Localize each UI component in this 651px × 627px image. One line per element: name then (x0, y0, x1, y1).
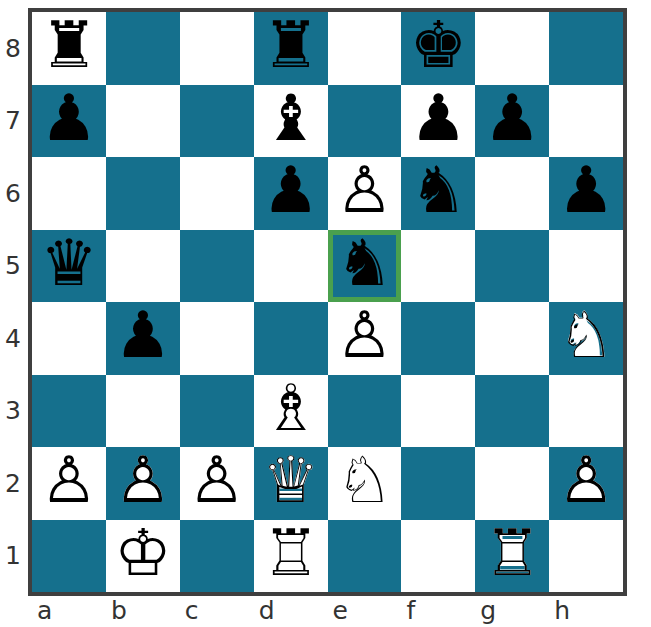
square-b1[interactable]: ♚♔ (106, 520, 180, 593)
square-e6[interactable]: ♟♙ (328, 157, 402, 230)
file-label-f: f (401, 596, 475, 627)
square-g1[interactable]: ♜♖ (475, 520, 549, 593)
piece-solid-glyph: ♟ (557, 159, 614, 223)
square-b7[interactable] (106, 85, 180, 158)
piece-black-knight[interactable]: ♞ (328, 230, 402, 303)
file-label-c: c (180, 596, 254, 627)
square-h5[interactable] (549, 230, 623, 303)
square-g2[interactable] (475, 447, 549, 520)
piece-outline-glyph: ♖ (484, 521, 541, 585)
square-b3[interactable] (106, 375, 180, 448)
top-margin (0, 0, 651, 8)
piece-black-pawn[interactable]: ♟ (401, 85, 475, 158)
piece-white-rook[interactable]: ♜♖ (475, 520, 549, 593)
rank-label-8: 8 (0, 12, 28, 85)
piece-solid-glyph: ♛ (40, 231, 97, 295)
piece-outline-glyph: ♙ (336, 304, 393, 368)
square-f2[interactable] (401, 447, 475, 520)
piece-black-pawn[interactable]: ♟ (32, 85, 106, 158)
piece-solid-glyph: ♚ (410, 14, 467, 78)
square-e5[interactable]: ♞ (328, 230, 402, 303)
square-e2[interactable]: ♞♘ (328, 447, 402, 520)
square-g7[interactable]: ♟ (475, 85, 549, 158)
piece-white-pawn[interactable]: ♟♙ (180, 447, 254, 520)
square-b8[interactable] (106, 12, 180, 85)
chess-board[interactable]: ♜♜♚♟♝♟♟♟♟♙♞♟♛♞♟♟♙♞♘♝♗♟♙♟♙♟♙♛♕♞♘♟♙♚♔♜♖♜♖ (28, 8, 627, 596)
piece-black-pawn[interactable]: ♟ (549, 157, 623, 230)
square-f7[interactable]: ♟ (401, 85, 475, 158)
piece-black-rook[interactable]: ♜ (32, 12, 106, 85)
square-f4[interactable] (401, 302, 475, 375)
piece-solid-glyph: ♞ (336, 231, 393, 295)
piece-white-pawn[interactable]: ♟♙ (106, 447, 180, 520)
piece-black-rook[interactable]: ♜ (254, 12, 328, 85)
piece-white-queen[interactable]: ♛♕ (254, 447, 328, 520)
square-b5[interactable] (106, 230, 180, 303)
file-label-e: e (328, 596, 402, 627)
square-g6[interactable] (475, 157, 549, 230)
piece-solid-glyph: ♟ (114, 304, 171, 368)
piece-solid-glyph: ♝ (262, 86, 319, 150)
piece-outline-glyph: ♙ (40, 449, 97, 513)
square-h1[interactable] (549, 520, 623, 593)
square-f6[interactable]: ♞ (401, 157, 475, 230)
square-d7[interactable]: ♝ (254, 85, 328, 158)
square-f5[interactable] (401, 230, 475, 303)
piece-black-knight[interactable]: ♞ (401, 157, 475, 230)
square-e8[interactable] (328, 12, 402, 85)
square-d4[interactable] (254, 302, 328, 375)
rank-label-5: 5 (0, 230, 28, 303)
rank-label-4: 4 (0, 302, 28, 375)
piece-black-pawn[interactable]: ♟ (254, 157, 328, 230)
square-h2[interactable]: ♟♙ (549, 447, 623, 520)
piece-white-knight[interactable]: ♞♘ (549, 302, 623, 375)
piece-solid-glyph: ♟ (40, 86, 97, 150)
file-label-d: d (254, 596, 328, 627)
square-c8[interactable] (180, 12, 254, 85)
square-c6[interactable] (180, 157, 254, 230)
square-b6[interactable] (106, 157, 180, 230)
file-labels: abcdefgh (28, 596, 627, 627)
square-c3[interactable] (180, 375, 254, 448)
piece-outline-glyph: ♙ (336, 159, 393, 223)
square-f8[interactable]: ♚ (401, 12, 475, 85)
square-h3[interactable] (549, 375, 623, 448)
square-c4[interactable] (180, 302, 254, 375)
square-h6[interactable]: ♟ (549, 157, 623, 230)
piece-white-pawn[interactable]: ♟♙ (549, 447, 623, 520)
piece-black-pawn[interactable]: ♟ (475, 85, 549, 158)
square-a6[interactable] (32, 157, 106, 230)
square-d1[interactable]: ♜♖ (254, 520, 328, 593)
square-f1[interactable] (401, 520, 475, 593)
piece-black-bishop[interactable]: ♝ (254, 85, 328, 158)
piece-outline-glyph: ♖ (262, 521, 319, 585)
file-label-h: h (549, 596, 623, 627)
square-d5[interactable] (254, 230, 328, 303)
square-g4[interactable] (475, 302, 549, 375)
piece-outline-glyph: ♗ (262, 376, 319, 440)
square-d6[interactable]: ♟ (254, 157, 328, 230)
piece-outline-glyph: ♙ (188, 449, 245, 513)
square-g5[interactable] (475, 230, 549, 303)
chess-diagram: 87654321 ♜♜♚♟♝♟♟♟♟♙♞♟♛♞♟♟♙♞♘♝♗♟♙♟♙♟♙♛♕♞♘… (0, 0, 651, 627)
square-g8[interactable] (475, 12, 549, 85)
piece-solid-glyph: ♞ (410, 159, 467, 223)
rank-label-2: 2 (0, 447, 28, 520)
square-a1[interactable] (32, 520, 106, 593)
piece-outline-glyph: ♙ (114, 449, 171, 513)
square-d2[interactable]: ♛♕ (254, 447, 328, 520)
square-b4[interactable]: ♟ (106, 302, 180, 375)
square-a5[interactable]: ♛ (32, 230, 106, 303)
square-e7[interactable] (328, 85, 402, 158)
square-e3[interactable] (328, 375, 402, 448)
piece-black-queen[interactable]: ♛ (32, 230, 106, 303)
square-a2[interactable]: ♟♙ (32, 447, 106, 520)
square-c5[interactable] (180, 230, 254, 303)
square-h4[interactable]: ♞♘ (549, 302, 623, 375)
piece-white-rook[interactable]: ♜♖ (254, 520, 328, 593)
piece-solid-glyph: ♟ (262, 159, 319, 223)
piece-white-pawn[interactable]: ♟♙ (328, 157, 402, 230)
file-label-g: g (475, 596, 549, 627)
piece-white-king[interactable]: ♚♔ (106, 520, 180, 593)
piece-white-knight[interactable]: ♞♘ (328, 447, 402, 520)
file-label-b: b (106, 596, 180, 627)
piece-outline-glyph: ♘ (336, 449, 393, 513)
square-c7[interactable] (180, 85, 254, 158)
piece-solid-glyph: ♜ (40, 14, 97, 78)
piece-black-king[interactable]: ♚ (401, 12, 475, 85)
rank-label-7: 7 (0, 85, 28, 158)
piece-solid-glyph: ♟ (410, 86, 467, 150)
square-b2[interactable]: ♟♙ (106, 447, 180, 520)
file-label-a: a (32, 596, 106, 627)
square-h7[interactable] (549, 85, 623, 158)
piece-white-bishop[interactable]: ♝♗ (254, 375, 328, 448)
square-a4[interactable] (32, 302, 106, 375)
square-a8[interactable]: ♜ (32, 12, 106, 85)
piece-solid-glyph: ♜ (262, 14, 319, 78)
square-d3[interactable]: ♝♗ (254, 375, 328, 448)
rank-label-6: 6 (0, 157, 28, 230)
square-f3[interactable] (401, 375, 475, 448)
square-h8[interactable] (549, 12, 623, 85)
square-c2[interactable]: ♟♙ (180, 447, 254, 520)
rank-label-1: 1 (0, 520, 28, 593)
rank-labels: 87654321 (0, 8, 28, 596)
square-a7[interactable]: ♟ (32, 85, 106, 158)
rank-label-3: 3 (0, 375, 28, 448)
piece-outline-glyph: ♔ (114, 521, 171, 585)
square-e4[interactable]: ♟♙ (328, 302, 402, 375)
square-g3[interactable] (475, 375, 549, 448)
square-a3[interactable] (32, 375, 106, 448)
square-e1[interactable] (328, 520, 402, 593)
square-c1[interactable] (180, 520, 254, 593)
piece-black-pawn[interactable]: ♟ (106, 302, 180, 375)
piece-outline-glyph: ♘ (557, 304, 614, 368)
piece-white-pawn[interactable]: ♟♙ (328, 302, 402, 375)
square-d8[interactable]: ♜ (254, 12, 328, 85)
piece-solid-glyph: ♟ (484, 86, 541, 150)
piece-outline-glyph: ♕ (262, 449, 319, 513)
piece-white-pawn[interactable]: ♟♙ (32, 447, 106, 520)
piece-outline-glyph: ♙ (557, 449, 614, 513)
